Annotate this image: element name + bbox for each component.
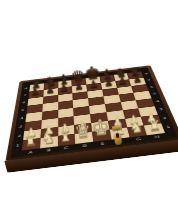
- coord-label: D: [82, 144, 87, 148]
- coord-label: 2: [17, 134, 21, 137]
- coord-label: 8: [24, 88, 27, 90]
- white-rook: ♜: [148, 118, 162, 133]
- coord-label: 5: [152, 93, 156, 96]
- black-pawn: ♟: [118, 75, 128, 86]
- coord-label: 6: [22, 101, 25, 104]
- white-knight: ♞: [129, 118, 145, 135]
- clasp-hole: [115, 133, 119, 138]
- black-pawn: ♟: [74, 81, 84, 92]
- black-pawn: ♟: [133, 73, 143, 84]
- coord-label: D: [77, 76, 81, 78]
- coord-label: 2: [162, 117, 167, 120]
- black-pawn: ♟: [60, 82, 70, 93]
- white-queen: ♛: [74, 121, 93, 142]
- black-pawn: ♟: [30, 86, 40, 97]
- coord-label: B: [46, 148, 50, 152]
- brass-clasp-icon: [111, 125, 123, 145]
- square-f5: [103, 95, 120, 104]
- coord-label: H: [154, 135, 159, 139]
- coord-label: 6: [150, 86, 154, 89]
- clasp-loop: [113, 133, 121, 146]
- white-rook: ♜: [23, 133, 37, 148]
- square-e5: [88, 97, 105, 106]
- coord-label: 5: [21, 109, 24, 112]
- coord-label: 7: [147, 79, 151, 81]
- coord-label: 7: [23, 94, 26, 97]
- white-knight: ♞: [40, 129, 56, 146]
- coord-label: A: [28, 151, 32, 155]
- coord-label: F: [104, 73, 107, 75]
- square-g5: [118, 93, 136, 102]
- coord-label: 3: [18, 125, 22, 128]
- coord-label: 1: [166, 126, 171, 129]
- coord-label: C: [63, 78, 66, 80]
- chess-set: ABCDEFGH ABCDEFGH 87654321 87654321 ♜♞♝♛…: [4, 21, 173, 190]
- coord-label: 4: [20, 117, 24, 120]
- coord-label: B: [49, 80, 52, 82]
- coord-label: E: [101, 142, 105, 146]
- coord-label: 3: [159, 108, 163, 111]
- coord-label: 8: [144, 73, 148, 75]
- coord-label: G: [136, 137, 141, 141]
- chess-set-photo: ABCDEFGH ABCDEFGH 87654321 87654321 ♜♞♝♛…: [0, 0, 178, 222]
- coord-label: 4: [155, 100, 159, 103]
- clasp-hinge: [111, 126, 120, 131]
- square-b5: [42, 102, 58, 112]
- coord-label: H: [131, 69, 135, 71]
- chess-board: ABCDEFGH ABCDEFGH 87654321 87654321 ♜♞♝♛…: [5, 65, 178, 161]
- white-king: ♚: [90, 117, 111, 140]
- white-bishop: ♝: [57, 126, 74, 144]
- black-pawn: ♟: [89, 79, 99, 90]
- coord-label: A: [36, 81, 39, 83]
- square-h5: [134, 91, 152, 100]
- coord-label: G: [117, 71, 121, 73]
- black-pawn: ♟: [45, 84, 55, 95]
- coord-label: E: [91, 75, 94, 77]
- black-pawn: ♟: [103, 77, 113, 88]
- coord-label: 1: [15, 144, 19, 148]
- coord-label: C: [64, 146, 68, 150]
